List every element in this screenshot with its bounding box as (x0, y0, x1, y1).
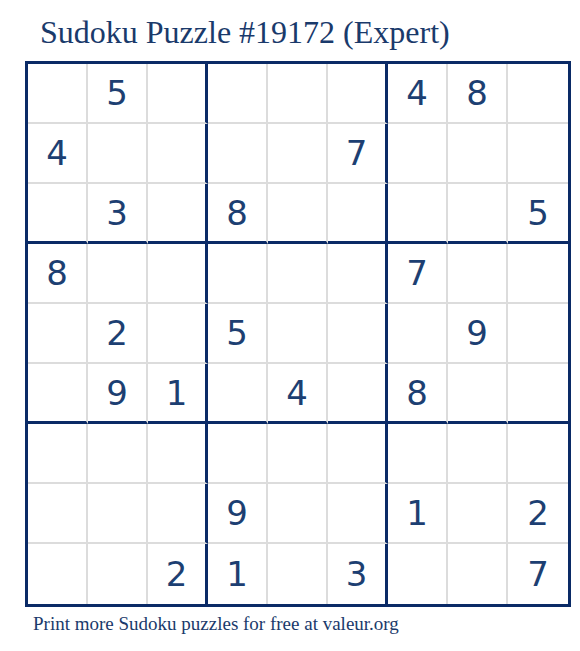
cell-r3c6 (328, 184, 388, 244)
cell-r2c5 (268, 124, 328, 184)
cell-r5c4: 5 (208, 304, 268, 364)
cell-r9c8 (448, 544, 508, 604)
cell-r3c3 (148, 184, 208, 244)
cell-r2c2 (88, 124, 148, 184)
cell-r8c6 (328, 484, 388, 544)
cell-r8c4: 9 (208, 484, 268, 544)
cell-r8c1 (28, 484, 88, 544)
cell-r6c9 (508, 364, 568, 424)
cell-r3c5 (268, 184, 328, 244)
cell-r5c3 (148, 304, 208, 364)
cell-r6c4 (208, 364, 268, 424)
cell-r9c3: 2 (148, 544, 208, 604)
cell-r4c7: 7 (388, 244, 448, 304)
cell-r6c7: 8 (388, 364, 448, 424)
cell-r2c9 (508, 124, 568, 184)
cell-r8c7: 1 (388, 484, 448, 544)
cell-r3c2: 3 (88, 184, 148, 244)
cell-r5c7 (388, 304, 448, 364)
cell-r9c5 (268, 544, 328, 604)
cell-r7c5 (268, 424, 328, 484)
cell-r6c6 (328, 364, 388, 424)
cell-r1c9 (508, 64, 568, 124)
cell-r5c2: 2 (88, 304, 148, 364)
cell-r2c3 (148, 124, 208, 184)
cell-r1c7: 4 (388, 64, 448, 124)
cell-r6c3: 1 (148, 364, 208, 424)
page-title: Sudoku Puzzle #19172 (Expert) (40, 14, 450, 51)
cell-r9c1 (28, 544, 88, 604)
cell-r2c1: 4 (28, 124, 88, 184)
cell-r2c7 (388, 124, 448, 184)
cell-r3c7 (388, 184, 448, 244)
cell-r3c9: 5 (508, 184, 568, 244)
cell-r5c6 (328, 304, 388, 364)
cell-r4c3 (148, 244, 208, 304)
cell-r8c3 (148, 484, 208, 544)
cell-r8c9: 2 (508, 484, 568, 544)
cell-r5c8: 9 (448, 304, 508, 364)
cell-r4c9 (508, 244, 568, 304)
cell-r4c4 (208, 244, 268, 304)
cell-r6c8 (448, 364, 508, 424)
cell-r7c9 (508, 424, 568, 484)
cell-r7c3 (148, 424, 208, 484)
cell-r1c3 (148, 64, 208, 124)
sudoku-grid: 548473858725991489122137 (25, 61, 571, 607)
cell-r5c9 (508, 304, 568, 364)
cell-r4c1: 8 (28, 244, 88, 304)
cell-r1c8: 8 (448, 64, 508, 124)
cell-r7c4 (208, 424, 268, 484)
cell-r5c5 (268, 304, 328, 364)
cell-r9c7 (388, 544, 448, 604)
cell-r7c1 (28, 424, 88, 484)
cell-r1c6 (328, 64, 388, 124)
cell-r7c6 (328, 424, 388, 484)
cell-r9c4: 1 (208, 544, 268, 604)
cell-r8c2 (88, 484, 148, 544)
cell-r3c4: 8 (208, 184, 268, 244)
footer-credit: Print more Sudoku puzzles for free at va… (33, 613, 399, 635)
cell-r7c2 (88, 424, 148, 484)
cell-r1c1 (28, 64, 88, 124)
cell-r7c8 (448, 424, 508, 484)
cell-r2c6: 7 (328, 124, 388, 184)
cell-r4c6 (328, 244, 388, 304)
cell-r8c5 (268, 484, 328, 544)
cell-r5c1 (28, 304, 88, 364)
cell-r9c2 (88, 544, 148, 604)
cell-r6c5: 4 (268, 364, 328, 424)
cell-r1c4 (208, 64, 268, 124)
cell-r9c6: 3 (328, 544, 388, 604)
cell-r9c9: 7 (508, 544, 568, 604)
page: Sudoku Puzzle #19172 (Expert) 5484738587… (0, 0, 580, 651)
cell-r8c8 (448, 484, 508, 544)
cell-r3c8 (448, 184, 508, 244)
cell-r6c2: 9 (88, 364, 148, 424)
cell-r4c5 (268, 244, 328, 304)
cell-r1c2: 5 (88, 64, 148, 124)
cell-r6c1 (28, 364, 88, 424)
cell-r2c8 (448, 124, 508, 184)
cell-r1c5 (268, 64, 328, 124)
cell-r4c2 (88, 244, 148, 304)
cell-r3c1 (28, 184, 88, 244)
cell-r7c7 (388, 424, 448, 484)
cell-r2c4 (208, 124, 268, 184)
cell-r4c8 (448, 244, 508, 304)
